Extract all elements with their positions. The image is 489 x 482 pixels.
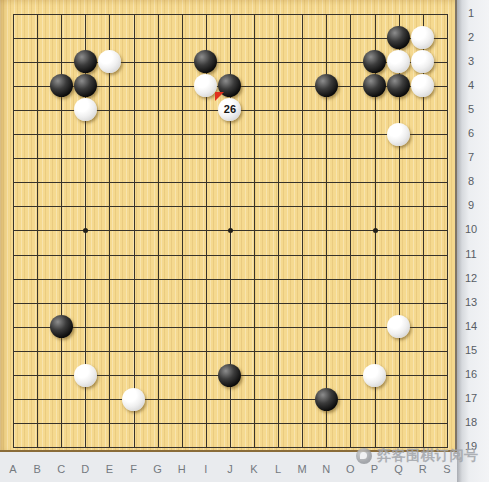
row-label-19: 19 — [457, 440, 485, 452]
row-label-7: 7 — [457, 151, 485, 163]
col-label-G: G — [150, 463, 166, 475]
stone-black-N17 — [315, 388, 338, 411]
grid-line-vertical — [254, 14, 255, 449]
col-label-A: A — [5, 463, 21, 475]
grid-line-vertical — [447, 14, 448, 449]
col-label-L: L — [270, 463, 286, 475]
row-label-3: 3 — [457, 55, 485, 67]
star-point — [228, 228, 233, 233]
grid-line-horizontal — [13, 423, 448, 424]
col-label-K: K — [246, 463, 262, 475]
row-label-6: 6 — [457, 127, 485, 139]
col-label-D: D — [77, 463, 93, 475]
col-label-I: I — [198, 463, 214, 475]
row-label-17: 17 — [457, 392, 485, 404]
grid-line-horizontal — [13, 399, 448, 400]
stone-white-Q3 — [387, 50, 410, 73]
grid-line-horizontal — [13, 279, 448, 280]
row-label-9: 9 — [457, 199, 485, 211]
stone-black-P4 — [363, 74, 386, 97]
move-number-label: 26 — [218, 98, 241, 121]
stone-white-R3 — [411, 50, 434, 73]
col-label-B: B — [29, 463, 45, 475]
grid-line-vertical — [302, 14, 303, 449]
stone-white-Q14 — [387, 315, 410, 338]
grid-line-horizontal — [13, 255, 448, 256]
col-label-J: J — [222, 463, 238, 475]
row-label-2: 2 — [457, 31, 485, 43]
stone-black-N4 — [315, 74, 338, 97]
grid-line-horizontal — [13, 447, 448, 448]
stone-white-R2 — [411, 26, 434, 49]
stone-black-Q4 — [387, 74, 410, 97]
row-coordinate-labels: 12345678910111213141516171819 — [457, 0, 489, 482]
go-app-screenshot: 26 12345678910111213141516171819 ABCDEFG… — [0, 0, 489, 482]
grid-line-vertical — [350, 14, 351, 449]
row-label-1: 1 — [457, 7, 485, 19]
stone-white-E3 — [98, 50, 121, 73]
grid-line-horizontal — [13, 351, 448, 352]
col-label-O: O — [342, 463, 358, 475]
stone-black-C14 — [50, 315, 73, 338]
row-label-8: 8 — [457, 175, 485, 187]
row-label-11: 11 — [457, 248, 485, 260]
stone-black-I3 — [194, 50, 217, 73]
stone-black-P3 — [363, 50, 386, 73]
col-label-R: R — [415, 463, 431, 475]
grid-line-horizontal — [13, 327, 448, 328]
stone-white-P16 — [363, 364, 386, 387]
row-label-5: 5 — [457, 103, 485, 115]
row-label-10: 10 — [457, 223, 485, 235]
go-board[interactable]: 26 — [0, 0, 457, 452]
col-label-H: H — [174, 463, 190, 475]
stone-white-I4 — [194, 74, 217, 97]
col-label-P: P — [367, 463, 383, 475]
stone-black-Q2 — [387, 26, 410, 49]
row-label-16: 16 — [457, 368, 485, 380]
col-label-E: E — [101, 463, 117, 475]
row-label-4: 4 — [457, 79, 485, 91]
stone-black-C4 — [50, 74, 73, 97]
col-label-N: N — [318, 463, 334, 475]
stone-white-Q6 — [387, 123, 410, 146]
stone-white-F17 — [122, 388, 145, 411]
star-point — [83, 228, 88, 233]
stone-white-D16 — [74, 364, 97, 387]
stone-black-D3 — [74, 50, 97, 73]
row-label-14: 14 — [457, 320, 485, 332]
column-coordinate-labels: ABCDEFGHIJKLMNOPQRS — [0, 452, 457, 482]
row-label-12: 12 — [457, 272, 485, 284]
last-move-marker-icon — [215, 92, 224, 101]
grid-line-vertical — [278, 14, 279, 449]
stone-white-D5 — [74, 98, 97, 121]
col-label-Q: Q — [391, 463, 407, 475]
row-label-15: 15 — [457, 344, 485, 356]
row-label-18: 18 — [457, 416, 485, 428]
stone-black-D4 — [74, 74, 97, 97]
star-point — [373, 228, 378, 233]
grid-line-horizontal — [13, 303, 448, 304]
col-label-M: M — [294, 463, 310, 475]
col-label-S: S — [439, 463, 455, 475]
row-label-13: 13 — [457, 296, 485, 308]
stone-white-R4 — [411, 74, 434, 97]
col-label-C: C — [53, 463, 69, 475]
col-label-F: F — [126, 463, 142, 475]
stone-black-J16 — [218, 364, 241, 387]
stone-white-J5: 26 — [218, 98, 241, 121]
